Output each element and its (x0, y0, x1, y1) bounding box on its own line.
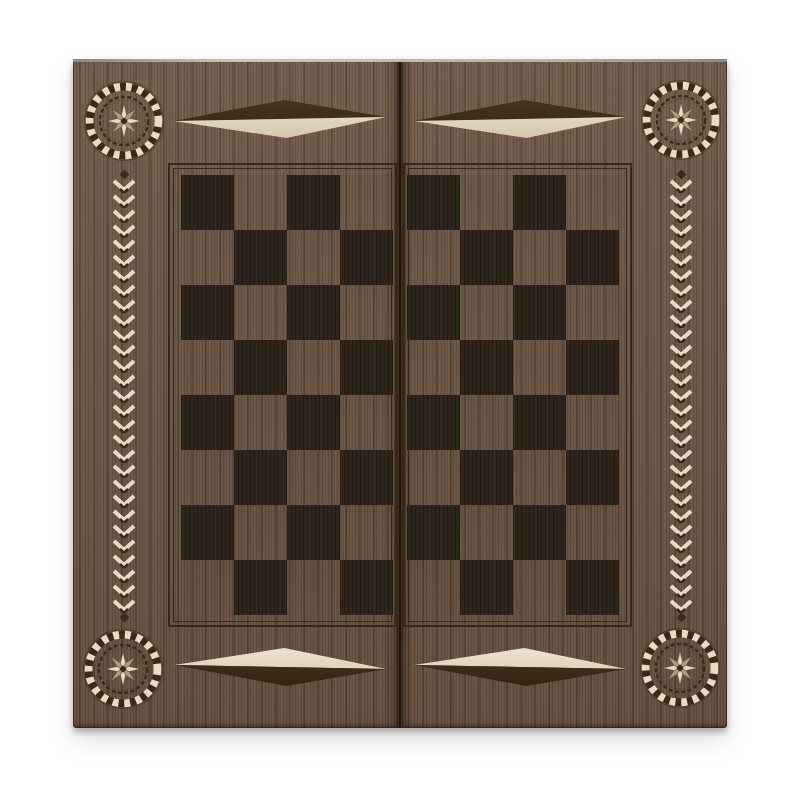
chevron-icon (669, 599, 693, 613)
corner-medallion-star-icon (80, 626, 166, 712)
board-square[interactable] (340, 285, 393, 340)
chevron-icon (669, 269, 693, 283)
board-square[interactable] (513, 230, 566, 285)
corner-medallion-star-icon (81, 78, 167, 164)
board-square[interactable] (513, 395, 566, 450)
game-board (73, 59, 727, 728)
board-square[interactable] (407, 175, 460, 230)
board-square[interactable] (287, 505, 340, 560)
board-square[interactable] (340, 175, 393, 230)
chevron-icon (112, 524, 136, 538)
chevron-icon (669, 539, 693, 553)
chevron-icon (112, 344, 136, 358)
chevron-icon (669, 284, 693, 298)
chevron-icon (669, 344, 693, 358)
board-square[interactable] (287, 230, 340, 285)
diamond-inlay (414, 100, 626, 138)
chevron-ornament-band (669, 171, 693, 621)
chevron-icon (112, 464, 136, 478)
chevron-icon (669, 419, 693, 433)
board-square[interactable] (566, 175, 619, 230)
chevron-icon (669, 524, 693, 538)
board-square[interactable] (234, 230, 287, 285)
chevron-icon (112, 494, 136, 508)
board-square[interactable] (460, 285, 513, 340)
chevron-icon (669, 224, 693, 238)
chessboard-frame (403, 163, 632, 627)
chevron-icon (669, 569, 693, 583)
chevron-icon (112, 329, 136, 343)
chevron-icon (669, 239, 693, 253)
chevron-icon (669, 434, 693, 448)
chevron-icon (112, 374, 136, 388)
chevron-icon (669, 449, 693, 463)
board-square[interactable] (340, 505, 393, 560)
board-square[interactable] (407, 395, 460, 450)
board-square[interactable] (566, 230, 619, 285)
board-square[interactable] (460, 340, 513, 395)
chevron-icon (112, 554, 136, 568)
board-square[interactable] (407, 560, 460, 615)
board-square[interactable] (566, 505, 619, 560)
board-square[interactable] (340, 230, 393, 285)
board-square[interactable] (407, 340, 460, 395)
board-square[interactable] (287, 560, 340, 615)
board-square[interactable] (234, 560, 287, 615)
chevron-icon (112, 194, 136, 208)
board-square[interactable] (460, 230, 513, 285)
board-half-left (73, 59, 398, 728)
board-square[interactable] (407, 450, 460, 505)
chevron-icon (112, 239, 136, 253)
chevron-icon (669, 179, 693, 193)
chevron-icon (669, 389, 693, 403)
band-end-diamond-icon (676, 613, 686, 623)
diamond-inlay (414, 648, 626, 686)
chevron-icon (669, 374, 693, 388)
chessboard-right-columns (407, 175, 619, 615)
board-square[interactable] (234, 450, 287, 505)
board-square[interactable] (287, 175, 340, 230)
board-square[interactable] (513, 450, 566, 505)
board-square[interactable] (234, 175, 287, 230)
chevron-icon (112, 419, 136, 433)
board-square[interactable] (407, 285, 460, 340)
board-square[interactable] (234, 285, 287, 340)
chevron-icon (112, 209, 136, 223)
board-square[interactable] (566, 340, 619, 395)
chevron-icon (112, 389, 136, 403)
chevron-icon (669, 479, 693, 493)
chevron-icon (112, 449, 136, 463)
board-square[interactable] (460, 560, 513, 615)
diamond-inlay (174, 648, 386, 686)
chevron-icon (112, 224, 136, 238)
chevron-icon (112, 479, 136, 493)
board-square[interactable] (513, 175, 566, 230)
board-square[interactable] (407, 505, 460, 560)
chevron-icon (112, 434, 136, 448)
chevron-icon (669, 554, 693, 568)
corner-medallion-star-icon (637, 625, 723, 711)
chevron-icon (669, 494, 693, 508)
chevron-icon (669, 299, 693, 313)
band-end-diamond-icon (119, 170, 129, 180)
board-half-right (402, 59, 727, 728)
chevron-icon (112, 599, 136, 613)
board-square[interactable] (234, 505, 287, 560)
board-square[interactable] (234, 340, 287, 395)
board-square[interactable] (181, 560, 234, 615)
board-square[interactable] (340, 450, 393, 505)
board-square[interactable] (566, 560, 619, 615)
board-square[interactable] (181, 285, 234, 340)
board-square[interactable] (181, 230, 234, 285)
board-square[interactable] (460, 395, 513, 450)
chevron-icon (669, 509, 693, 523)
board-square[interactable] (460, 450, 513, 505)
chevron-icon (669, 314, 693, 328)
board-square[interactable] (460, 505, 513, 560)
chevron-icon (669, 359, 693, 373)
board-square[interactable] (513, 560, 566, 615)
chessboard-frame (168, 163, 397, 627)
board-square[interactable] (340, 395, 393, 450)
chessboard-left-columns (181, 175, 393, 615)
band-end-diamond-icon (676, 170, 686, 180)
board-square[interactable] (181, 175, 234, 230)
board-square[interactable] (287, 395, 340, 450)
chevron-icon (669, 584, 693, 598)
board-square[interactable] (181, 505, 234, 560)
chevron-icon (669, 464, 693, 478)
board-square[interactable] (287, 340, 340, 395)
chevron-icon (112, 299, 136, 313)
chevron-icon (112, 179, 136, 193)
board-square[interactable] (566, 450, 619, 505)
band-end-diamond-icon (119, 613, 129, 623)
board-square[interactable] (234, 395, 287, 450)
board-square[interactable] (513, 340, 566, 395)
chevron-icon (112, 539, 136, 553)
board-square[interactable] (181, 340, 234, 395)
board-square[interactable] (566, 285, 619, 340)
chevron-icon (669, 329, 693, 343)
chevron-icon (112, 254, 136, 268)
board-square[interactable] (566, 395, 619, 450)
board-square[interactable] (287, 450, 340, 505)
chevron-icon (112, 509, 136, 523)
board-square[interactable] (340, 560, 393, 615)
chevron-icon (112, 584, 136, 598)
chevron-icon (669, 209, 693, 223)
board-square[interactable] (181, 395, 234, 450)
chevron-icon (669, 404, 693, 418)
diamond-inlay (174, 100, 386, 138)
chevron-icon (112, 314, 136, 328)
chevron-ornament-band (112, 171, 136, 621)
chevron-icon (112, 404, 136, 418)
chevron-icon (112, 359, 136, 373)
board-top-edge (73, 59, 727, 62)
chevron-icon (669, 254, 693, 268)
chevron-icon (112, 284, 136, 298)
board-square[interactable] (513, 505, 566, 560)
board-square[interactable] (407, 230, 460, 285)
board-square[interactable] (513, 285, 566, 340)
board-square[interactable] (460, 175, 513, 230)
board-square[interactable] (181, 450, 234, 505)
chevron-icon (112, 569, 136, 583)
chevron-icon (669, 194, 693, 208)
chevron-icon (112, 269, 136, 283)
corner-medallion-star-icon (638, 77, 724, 163)
board-square[interactable] (287, 285, 340, 340)
board-square[interactable] (340, 340, 393, 395)
